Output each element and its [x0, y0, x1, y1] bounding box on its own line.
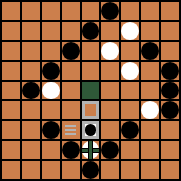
- cell-r6c2[interactable]: [22, 101, 40, 119]
- cell-r7c4[interactable]: [62, 121, 80, 139]
- cell-r7c9[interactable]: [161, 121, 179, 139]
- cell-r4c3[interactable]: [42, 62, 60, 80]
- cell-r4c5[interactable]: [82, 62, 100, 80]
- cell-r2c5[interactable]: [82, 22, 100, 40]
- cell-r4c9[interactable]: [161, 62, 179, 80]
- cell-r2c1[interactable]: [2, 22, 20, 40]
- cell-r2c6[interactable]: [101, 22, 119, 40]
- cell-r2c4[interactable]: [62, 22, 80, 40]
- cell-r9c8[interactable]: [141, 161, 159, 179]
- black-piece[interactable]: [161, 62, 179, 80]
- cell-r3c7[interactable]: [121, 42, 139, 60]
- cell-r7c2[interactable]: [22, 121, 40, 139]
- cell-r4c1[interactable]: [2, 62, 20, 80]
- cell-r9c1[interactable]: [2, 161, 20, 179]
- cell-r6c1[interactable]: [2, 101, 20, 119]
- cell-r5c9[interactable]: [161, 82, 179, 100]
- king-piece[interactable]: [82, 141, 100, 159]
- cell-r2c2[interactable]: [22, 22, 40, 40]
- cell-r9c7[interactable]: [121, 161, 139, 179]
- tablut-board: [0, 0, 181, 181]
- cell-r5c4[interactable]: [62, 82, 80, 100]
- cell-r8c8[interactable]: [141, 141, 159, 159]
- black-piece[interactable]: [121, 121, 139, 139]
- cell-r3c1[interactable]: [2, 42, 20, 60]
- cell-r9c3[interactable]: [42, 161, 60, 179]
- cell-r3c3[interactable]: [42, 42, 60, 60]
- cell-r3c6[interactable]: [101, 42, 119, 60]
- cell-r7c7[interactable]: [121, 121, 139, 139]
- capture-marker-icon: [62, 121, 80, 139]
- black-piece[interactable]: [42, 121, 60, 139]
- white-piece[interactable]: [121, 62, 139, 80]
- black-piece[interactable]: [42, 62, 60, 80]
- cell-r2c3[interactable]: [42, 22, 60, 40]
- black-piece[interactable]: [161, 82, 179, 100]
- cell-r2c9[interactable]: [161, 22, 179, 40]
- cell-r4c2[interactable]: [22, 62, 40, 80]
- cell-r8c5[interactable]: [82, 141, 100, 159]
- cell-r3c2[interactable]: [22, 42, 40, 60]
- cell-r9c6[interactable]: [101, 161, 119, 179]
- black-piece[interactable]: [101, 141, 119, 159]
- cell-r6c4[interactable]: [62, 101, 80, 119]
- white-piece[interactable]: [101, 42, 119, 60]
- capture-marker-line: [65, 125, 76, 127]
- capture-marker-line: [65, 129, 76, 131]
- cell-r6c3[interactable]: [42, 101, 60, 119]
- cell-r9c9[interactable]: [161, 161, 179, 179]
- cell-r5c6[interactable]: [101, 82, 119, 100]
- cell-r8c7[interactable]: [121, 141, 139, 159]
- black-piece[interactable]: [82, 161, 100, 179]
- cell-r1c3[interactable]: [42, 2, 60, 20]
- black-piece[interactable]: [62, 141, 80, 159]
- cell-r6c9[interactable]: [161, 101, 179, 119]
- cell-r3c5[interactable]: [82, 42, 100, 60]
- cell-r1c7[interactable]: [121, 2, 139, 20]
- cell-r8c3[interactable]: [42, 141, 60, 159]
- cell-r1c6[interactable]: [101, 2, 119, 20]
- cell-r2c7[interactable]: [121, 22, 139, 40]
- cell-r5c8[interactable]: [141, 82, 159, 100]
- cell-r7c6[interactable]: [101, 121, 119, 139]
- cell-r9c4[interactable]: [62, 161, 80, 179]
- cell-r1c2[interactable]: [22, 2, 40, 20]
- black-piece[interactable]: [101, 2, 119, 20]
- cell-r6c8[interactable]: [141, 101, 159, 119]
- cell-r8c4[interactable]: [62, 141, 80, 159]
- cell-r5c1[interactable]: [2, 82, 20, 100]
- cell-r4c7[interactable]: [121, 62, 139, 80]
- cell-r1c4[interactable]: [62, 2, 80, 20]
- black-piece[interactable]: [161, 101, 179, 119]
- cell-r3c4[interactable]: [62, 42, 80, 60]
- king-cross-vertical: [88, 141, 93, 159]
- black-piece[interactable]: [85, 124, 97, 136]
- cell-r3c8[interactable]: [141, 42, 159, 60]
- cell-r4c6[interactable]: [101, 62, 119, 80]
- cell-r1c8[interactable]: [141, 2, 159, 20]
- cell-r8c1[interactable]: [2, 141, 20, 159]
- cell-r7c1[interactable]: [2, 121, 20, 139]
- cell-r6c7[interactable]: [121, 101, 139, 119]
- cell-r8c9[interactable]: [161, 141, 179, 159]
- white-piece[interactable]: [42, 82, 60, 100]
- cell-r7c5[interactable]: [82, 121, 100, 139]
- black-piece[interactable]: [22, 82, 40, 100]
- cell-r6c6[interactable]: [101, 101, 119, 119]
- white-piece[interactable]: [141, 101, 159, 119]
- cell-r9c2[interactable]: [22, 161, 40, 179]
- cell-r5c5[interactable]: [82, 82, 100, 100]
- cell-r3c9[interactable]: [161, 42, 179, 60]
- black-piece[interactable]: [82, 22, 100, 40]
- cell-r7c3[interactable]: [42, 121, 60, 139]
- black-piece[interactable]: [62, 42, 80, 60]
- cell-r5c7[interactable]: [121, 82, 139, 100]
- cell-r7c8[interactable]: [141, 121, 159, 139]
- cell-r1c5[interactable]: [82, 2, 100, 20]
- black-piece[interactable]: [141, 42, 159, 60]
- cell-r5c3[interactable]: [42, 82, 60, 100]
- cell-r9c5[interactable]: [82, 161, 100, 179]
- capture-marker-line: [65, 133, 76, 135]
- cell-r6c5[interactable]: [82, 101, 100, 119]
- cell-r1c9[interactable]: [161, 2, 179, 20]
- cell-r8c6[interactable]: [101, 141, 119, 159]
- cell-r2c8[interactable]: [141, 22, 159, 40]
- cell-r1c1[interactable]: [2, 2, 20, 20]
- cell-r4c8[interactable]: [141, 62, 159, 80]
- white-piece[interactable]: [121, 22, 139, 40]
- cell-r4c4[interactable]: [62, 62, 80, 80]
- cell-r5c2[interactable]: [22, 82, 40, 100]
- cell-r8c2[interactable]: [22, 141, 40, 159]
